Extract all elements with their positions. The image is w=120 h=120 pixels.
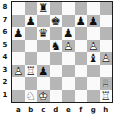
file-label-d: d <box>50 104 63 116</box>
board-square-c5[interactable] <box>37 40 50 53</box>
board-square-h8[interactable] <box>100 2 113 15</box>
file-label-c: c <box>37 104 50 116</box>
chess-piece-white-P: ♙ <box>12 65 25 78</box>
white-R-piece-fill: ♜ <box>25 65 38 78</box>
board-square-e8[interactable] <box>62 2 75 15</box>
chess-piece-black-P: ♟ <box>37 65 50 78</box>
board-square-e3[interactable] <box>62 65 75 78</box>
board-square-b4[interactable] <box>25 52 38 65</box>
chess-piece-white-R: ♖ <box>100 90 113 103</box>
board-square-d5[interactable]: ♞ <box>50 40 63 53</box>
file-label-f: f <box>75 104 88 116</box>
white-Q-piece-fill: ♛ <box>100 77 113 90</box>
chess-piece-white-P: ♙ <box>87 40 100 53</box>
chess-board: ♜♟♚♟♟♟♛♟♞♟♙♟♙♝♟♙♟♙♜♖♟♛♕♞♘♚♔♜♖ <box>11 1 113 103</box>
board-square-g7[interactable]: ♟ <box>87 15 100 28</box>
board-square-h6[interactable] <box>100 27 113 40</box>
rank-labels: 87654321 <box>0 1 10 101</box>
rank-label-4: 4 <box>0 51 10 64</box>
chess-piece-white-K: ♔ <box>37 90 50 103</box>
board-square-f6[interactable] <box>75 27 88 40</box>
board-square-h4[interactable]: ♟♙ <box>100 52 113 65</box>
chess-piece-black-P: ♟ <box>75 15 88 28</box>
file-label-b: b <box>25 104 38 116</box>
board-square-f2[interactable] <box>75 77 88 90</box>
board-square-h1[interactable]: ♜♖ <box>100 90 113 103</box>
rank-label-5: 5 <box>0 39 10 52</box>
file-label-h: h <box>100 104 113 116</box>
chess-piece-black-P: ♟ <box>12 27 25 40</box>
board-square-b8[interactable] <box>25 2 38 15</box>
board-square-h2[interactable]: ♛♕ <box>100 77 113 90</box>
rank-label-8: 8 <box>0 1 10 14</box>
chess-piece-black-P: ♟ <box>62 27 75 40</box>
rank-label-3: 3 <box>0 64 10 77</box>
board-square-c1[interactable]: ♚♔ <box>37 90 50 103</box>
board-square-h7[interactable] <box>100 15 113 28</box>
white-P-piece-fill: ♟ <box>62 40 75 53</box>
board-square-d3[interactable] <box>50 65 63 78</box>
white-P-piece-fill: ♟ <box>87 40 100 53</box>
board-square-a6[interactable]: ♟ <box>12 27 25 40</box>
board-square-b7[interactable]: ♟ <box>25 15 38 28</box>
white-P-piece-fill: ♟ <box>12 65 25 78</box>
board-square-g6[interactable] <box>87 27 100 40</box>
board-square-f4[interactable] <box>75 52 88 65</box>
board-square-c6[interactable]: ♛ <box>37 27 50 40</box>
board-square-f3[interactable] <box>75 65 88 78</box>
chess-piece-white-N: ♘ <box>25 90 38 103</box>
rank-label-7: 7 <box>0 14 10 27</box>
file-label-g: g <box>87 104 100 116</box>
file-labels: abcdefgh <box>12 104 112 116</box>
board-square-f7[interactable]: ♟ <box>75 15 88 28</box>
board-square-e7[interactable] <box>62 15 75 28</box>
board-square-b3[interactable]: ♜♖ <box>25 65 38 78</box>
board-square-e2[interactable] <box>62 77 75 90</box>
board-square-g5[interactable]: ♟♙ <box>87 40 100 53</box>
file-label-a: a <box>12 104 25 116</box>
white-P-piece-fill: ♟ <box>100 52 113 65</box>
board-square-d6[interactable] <box>50 27 63 40</box>
board-square-b1[interactable]: ♞♘ <box>25 90 38 103</box>
rank-label-6: 6 <box>0 26 10 39</box>
chess-piece-black-R: ♜ <box>37 2 50 15</box>
board-square-e4[interactable] <box>62 52 75 65</box>
chess-piece-white-P: ♙ <box>62 40 75 53</box>
board-square-b2[interactable] <box>25 77 38 90</box>
white-R-piece-fill: ♜ <box>100 90 113 103</box>
board-square-a4[interactable] <box>12 52 25 65</box>
white-K-piece-fill: ♚ <box>37 90 50 103</box>
board-square-g2[interactable] <box>87 77 100 90</box>
board-square-c2[interactable] <box>37 77 50 90</box>
board-square-g1[interactable] <box>87 90 100 103</box>
board-square-e5[interactable]: ♟♙ <box>62 40 75 53</box>
board-square-d4[interactable] <box>50 52 63 65</box>
board-square-a2[interactable] <box>12 77 25 90</box>
board-square-g4[interactable]: ♝ <box>87 52 100 65</box>
board-square-d7[interactable]: ♚ <box>50 15 63 28</box>
board-square-d1[interactable] <box>50 90 63 103</box>
board-square-d2[interactable] <box>50 77 63 90</box>
board-square-a1[interactable] <box>12 90 25 103</box>
white-N-piece-fill: ♞ <box>25 90 38 103</box>
board-square-h3[interactable] <box>100 65 113 78</box>
board-square-f8[interactable] <box>75 2 88 15</box>
board-square-f1[interactable] <box>75 90 88 103</box>
chess-piece-black-P: ♟ <box>25 15 38 28</box>
board-square-b6[interactable] <box>25 27 38 40</box>
board-square-a5[interactable] <box>12 40 25 53</box>
rank-label-1: 1 <box>0 89 10 102</box>
board-square-a3[interactable]: ♟♙ <box>12 65 25 78</box>
board-square-e1[interactable] <box>62 90 75 103</box>
file-label-e: e <box>62 104 75 116</box>
board-square-f5[interactable] <box>75 40 88 53</box>
board-square-a8[interactable] <box>12 2 25 15</box>
board-square-c4[interactable] <box>37 52 50 65</box>
chess-piece-white-R: ♖ <box>25 65 38 78</box>
board-square-c8[interactable]: ♜ <box>37 2 50 15</box>
chess-piece-black-B: ♝ <box>87 52 100 65</box>
board-square-d8[interactable] <box>50 2 63 15</box>
board-square-h5[interactable] <box>100 40 113 53</box>
rank-label-2: 2 <box>0 76 10 89</box>
chess-piece-white-P: ♙ <box>100 52 113 65</box>
chess-piece-black-P: ♟ <box>87 15 100 28</box>
board-square-c3[interactable]: ♟ <box>37 65 50 78</box>
board-square-g3[interactable] <box>87 65 100 78</box>
board-square-g8[interactable] <box>87 2 100 15</box>
board-square-a7[interactable] <box>12 15 25 28</box>
board-square-e6[interactable]: ♟ <box>62 27 75 40</box>
chess-piece-white-Q: ♕ <box>100 77 113 90</box>
chess-piece-black-Q: ♛ <box>37 27 50 40</box>
chess-piece-black-N: ♞ <box>50 40 63 53</box>
chess-piece-black-K: ♚ <box>50 15 63 28</box>
board-square-b5[interactable] <box>25 40 38 53</box>
board-square-c7[interactable] <box>37 15 50 28</box>
